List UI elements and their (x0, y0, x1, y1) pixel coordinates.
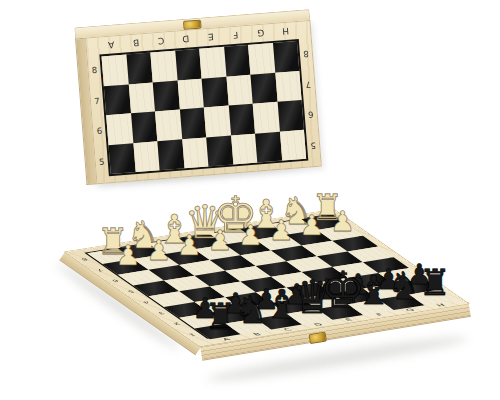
box-square (150, 51, 177, 82)
box-square (199, 47, 226, 78)
box-square (204, 106, 231, 137)
box-square (224, 45, 251, 76)
box-square (128, 82, 155, 113)
box-square (231, 133, 258, 164)
box-square (179, 108, 206, 139)
box-square (202, 76, 229, 107)
white-rook: ♜ (311, 191, 343, 224)
chess-box-lid: ABCDEFGH 8765 8765 (74, 9, 322, 185)
box-square (106, 113, 133, 144)
box-square (177, 78, 204, 109)
box-square (175, 49, 202, 80)
box-square (279, 129, 306, 160)
box-file-label: A (98, 36, 124, 55)
front-clasp-icon (308, 332, 326, 345)
box-square (155, 109, 182, 140)
box-file-label: G (248, 24, 274, 43)
box-square (104, 84, 131, 115)
box-board-grid (99, 39, 308, 176)
box-square (228, 104, 255, 135)
box-square (255, 131, 282, 162)
box-front: ABCDEFGH 8765 8765 (75, 20, 322, 185)
box-square (131, 111, 158, 142)
box-square (102, 55, 129, 86)
box-rank-label: 8 (299, 38, 313, 69)
box-file-label: E (198, 28, 224, 47)
box-file-label: F (223, 26, 249, 45)
box-square (126, 53, 153, 84)
box-square (277, 100, 304, 131)
box-square (250, 72, 277, 103)
box-square (206, 135, 233, 166)
box-square (272, 41, 299, 72)
box-square (108, 143, 135, 174)
box-square (153, 80, 180, 111)
box-rank-label: 7 (301, 68, 315, 99)
box-square (226, 74, 253, 105)
box-file-label: H (272, 22, 298, 41)
box-square (275, 70, 302, 101)
box-file-label: B (123, 34, 149, 53)
box-square (248, 43, 275, 74)
box-file-label: D (173, 30, 199, 49)
box-rank-label: 5 (306, 129, 320, 160)
box-square (182, 137, 209, 168)
box-board-half: ABCDEFGH 8765 8765 (85, 20, 322, 184)
box-square (157, 139, 184, 170)
box-rank-label: 6 (304, 99, 318, 130)
box-square (133, 141, 160, 172)
box-file-label: C (148, 32, 174, 51)
product-photo-chess-set: { "game": "chess", "scene": "folding woo… (0, 0, 500, 400)
box-square (253, 102, 280, 133)
